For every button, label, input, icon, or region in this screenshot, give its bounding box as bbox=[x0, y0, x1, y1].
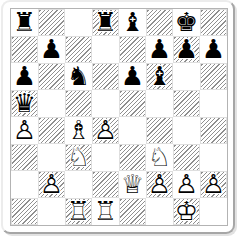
square-e2[interactable]: ♛♕ bbox=[119, 171, 146, 198]
square-g1[interactable]: ♚♔ bbox=[173, 198, 200, 225]
square-g3[interactable] bbox=[173, 144, 200, 171]
square-b6[interactable] bbox=[38, 63, 65, 90]
piece-black-rook: ♜ bbox=[92, 9, 119, 36]
square-h6[interactable] bbox=[200, 63, 227, 90]
square-h8[interactable] bbox=[200, 9, 227, 36]
square-d8[interactable]: ♜ bbox=[92, 9, 119, 36]
square-e4[interactable] bbox=[119, 117, 146, 144]
piece-white-pawn: ♙ bbox=[11, 117, 38, 144]
square-c5[interactable] bbox=[65, 90, 92, 117]
square-a6[interactable]: ♟ bbox=[11, 63, 38, 90]
square-f7[interactable]: ♟ bbox=[146, 36, 173, 63]
piece-black-pawn: ♟ bbox=[11, 63, 38, 90]
square-a7[interactable] bbox=[11, 36, 38, 63]
square-b8[interactable] bbox=[38, 9, 65, 36]
square-e5[interactable] bbox=[119, 90, 146, 117]
square-h1[interactable] bbox=[200, 198, 227, 225]
square-e7[interactable] bbox=[119, 36, 146, 63]
square-e6[interactable]: ♟ bbox=[119, 63, 146, 90]
piece-white-pawn: ♙ bbox=[200, 171, 227, 198]
piece-white-pawn: ♙ bbox=[173, 171, 200, 198]
piece-white-pawn: ♙ bbox=[92, 117, 119, 144]
piece-white-knight: ♘ bbox=[146, 144, 173, 171]
piece-black-pawn: ♟ bbox=[146, 36, 173, 63]
square-h7[interactable]: ♟ bbox=[200, 36, 227, 63]
piece-white-knight: ♘ bbox=[65, 144, 92, 171]
square-c7[interactable] bbox=[65, 36, 92, 63]
piece-white-rook: ♖ bbox=[65, 198, 92, 225]
square-d7[interactable] bbox=[92, 36, 119, 63]
square-d2[interactable] bbox=[92, 171, 119, 198]
square-b7[interactable]: ♟ bbox=[38, 36, 65, 63]
square-b3[interactable] bbox=[38, 144, 65, 171]
square-f2[interactable]: ♟♙ bbox=[146, 171, 173, 198]
square-c4[interactable]: ♝♗ bbox=[65, 117, 92, 144]
square-e8[interactable]: ♝ bbox=[119, 9, 146, 36]
square-g4[interactable] bbox=[173, 117, 200, 144]
piece-black-pawn: ♟ bbox=[119, 63, 146, 90]
piece-black-king: ♚ bbox=[173, 9, 200, 36]
square-d6[interactable] bbox=[92, 63, 119, 90]
square-h5[interactable] bbox=[200, 90, 227, 117]
square-g8[interactable]: ♚ bbox=[173, 9, 200, 36]
square-g6[interactable] bbox=[173, 63, 200, 90]
square-b2[interactable]: ♟♙ bbox=[38, 171, 65, 198]
square-b5[interactable] bbox=[38, 90, 65, 117]
square-b4[interactable] bbox=[38, 117, 65, 144]
piece-white-rook: ♖ bbox=[92, 198, 119, 225]
square-f3[interactable]: ♞♘ bbox=[146, 144, 173, 171]
square-g5[interactable] bbox=[173, 90, 200, 117]
square-a8[interactable]: ♜ bbox=[11, 9, 38, 36]
square-c3[interactable]: ♞♘ bbox=[65, 144, 92, 171]
square-f4[interactable] bbox=[146, 117, 173, 144]
piece-white-pawn: ♙ bbox=[38, 171, 65, 198]
piece-black-bishop: ♝ bbox=[146, 63, 173, 90]
piece-white-king: ♔ bbox=[173, 198, 200, 225]
square-d4[interactable]: ♟♙ bbox=[92, 117, 119, 144]
square-a1[interactable] bbox=[11, 198, 38, 225]
square-c2[interactable] bbox=[65, 171, 92, 198]
square-h4[interactable] bbox=[200, 117, 227, 144]
chess-board: ♜♜♝♚♟♟♟♟♟♞♟♝♛♟♙♝♗♟♙♞♘♞♘♟♙♛♕♟♙♟♙♟♙♜♖♜♖♚♔ bbox=[10, 8, 228, 226]
piece-black-knight: ♞ bbox=[65, 63, 92, 90]
square-b1[interactable] bbox=[38, 198, 65, 225]
square-d3[interactable] bbox=[92, 144, 119, 171]
square-a5[interactable]: ♛ bbox=[11, 90, 38, 117]
square-d5[interactable] bbox=[92, 90, 119, 117]
piece-black-queen: ♛ bbox=[11, 90, 38, 117]
square-d1[interactable]: ♜♖ bbox=[92, 198, 119, 225]
piece-black-pawn: ♟ bbox=[38, 36, 65, 63]
square-a3[interactable] bbox=[11, 144, 38, 171]
piece-white-bishop: ♗ bbox=[65, 117, 92, 144]
square-g7[interactable]: ♟ bbox=[173, 36, 200, 63]
square-a2[interactable] bbox=[11, 171, 38, 198]
square-c8[interactable] bbox=[65, 9, 92, 36]
square-f6[interactable]: ♝ bbox=[146, 63, 173, 90]
piece-black-bishop: ♝ bbox=[119, 9, 146, 36]
square-f5[interactable] bbox=[146, 90, 173, 117]
square-e3[interactable] bbox=[119, 144, 146, 171]
square-a4[interactable]: ♟♙ bbox=[11, 117, 38, 144]
square-f1[interactable] bbox=[146, 198, 173, 225]
square-c1[interactable]: ♜♖ bbox=[65, 198, 92, 225]
square-h3[interactable] bbox=[200, 144, 227, 171]
image-frame: ♜♜♝♚♟♟♟♟♟♞♟♝♛♟♙♝♗♟♙♞♘♞♘♟♙♛♕♟♙♟♙♟♙♜♖♜♖♚♔ bbox=[1, 0, 235, 234]
square-g2[interactable]: ♟♙ bbox=[173, 171, 200, 198]
piece-black-rook: ♜ bbox=[11, 9, 38, 36]
piece-white-queen: ♕ bbox=[119, 171, 146, 198]
square-c6[interactable]: ♞ bbox=[65, 63, 92, 90]
square-f8[interactable] bbox=[146, 9, 173, 36]
piece-black-pawn: ♟ bbox=[173, 36, 200, 63]
square-h2[interactable]: ♟♙ bbox=[200, 171, 227, 198]
piece-white-pawn: ♙ bbox=[146, 171, 173, 198]
square-e1[interactable] bbox=[119, 198, 146, 225]
piece-black-pawn: ♟ bbox=[200, 36, 227, 63]
